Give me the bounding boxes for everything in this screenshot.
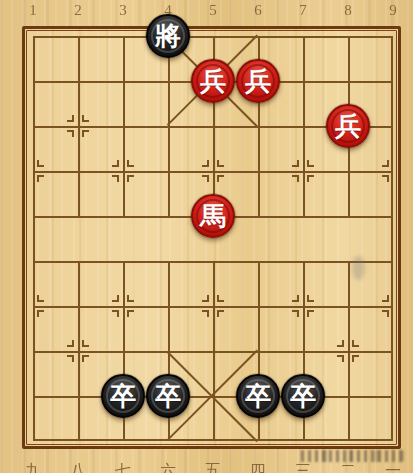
board-cell[interactable] — [33, 396, 78, 441]
piece-glyph: 兵 — [245, 68, 271, 94]
top-file-label: 1 — [29, 2, 37, 18]
board-cell[interactable] — [123, 126, 168, 171]
top-file-label: 6 — [254, 2, 262, 18]
bottom-file-label: 三 — [295, 463, 311, 473]
board-cell[interactable] — [168, 126, 213, 171]
board-cell[interactable] — [78, 36, 123, 81]
board-cell[interactable] — [78, 261, 123, 306]
piece-glyph: 將 — [155, 23, 181, 49]
piece-glyph: 兵 — [335, 113, 361, 139]
bottom-file-label: 八 — [70, 463, 86, 473]
bottom-file-label: 二 — [340, 463, 356, 473]
board-cell[interactable] — [213, 261, 258, 306]
piece-glyph: 兵 — [200, 68, 226, 94]
board-cell[interactable] — [123, 171, 168, 216]
board-cell[interactable] — [258, 126, 303, 171]
piece-glyph: 卒 — [245, 383, 271, 409]
board-cell[interactable] — [33, 81, 78, 126]
board-cell[interactable] — [123, 261, 168, 306]
board-cell[interactable] — [258, 261, 303, 306]
board-cell[interactable] — [303, 171, 348, 216]
board-cell[interactable] — [33, 36, 78, 81]
board-cell[interactable] — [123, 216, 168, 261]
top-file-label: 7 — [299, 2, 307, 18]
bottom-file-label: 九 — [25, 463, 41, 473]
board-cell[interactable] — [303, 216, 348, 261]
top-file-label: 9 — [389, 2, 397, 18]
board-cell[interactable] — [258, 171, 303, 216]
board-cell[interactable] — [78, 216, 123, 261]
board-cell[interactable] — [33, 216, 78, 261]
board-cell[interactable] — [33, 261, 78, 306]
board-cell[interactable] — [33, 171, 78, 216]
board-cell[interactable] — [78, 306, 123, 351]
board-cell[interactable] — [258, 306, 303, 351]
board-cell[interactable] — [303, 306, 348, 351]
top-file-label: 5 — [209, 2, 217, 18]
piece-red-soldier-2[interactable]: 兵 — [236, 59, 280, 103]
board-cell[interactable] — [33, 306, 78, 351]
board-cell[interactable] — [33, 126, 78, 171]
bottom-file-label: 四 — [250, 463, 266, 473]
piece-black-soldier-1[interactable]: 卒 — [101, 374, 145, 418]
piece-glyph: 卒 — [110, 383, 136, 409]
board-cell[interactable] — [123, 306, 168, 351]
board-cell[interactable] — [348, 216, 393, 261]
watermark — [301, 450, 404, 462]
board-cell[interactable] — [303, 261, 348, 306]
board-cell[interactable] — [213, 306, 258, 351]
piece-glyph: 卒 — [155, 383, 181, 409]
piece-red-soldier-3[interactable]: 兵 — [326, 104, 370, 148]
board-cell[interactable] — [348, 396, 393, 441]
bottom-file-label: 一 — [385, 463, 401, 473]
top-file-label: 3 — [119, 2, 127, 18]
top-file-label: 8 — [344, 2, 352, 18]
piece-red-horse[interactable]: 馬 — [191, 194, 235, 238]
xiangqi-app: 123456789 九八七六五四三二一 將兵兵兵馬卒卒卒卒 — [0, 0, 413, 473]
board-cell[interactable] — [348, 351, 393, 396]
piece-red-soldier-1[interactable]: 兵 — [191, 59, 235, 103]
board-cell[interactable] — [303, 36, 348, 81]
board-cell[interactable] — [348, 36, 393, 81]
board-cell[interactable] — [78, 126, 123, 171]
board-cell[interactable] — [348, 306, 393, 351]
piece-black-general[interactable]: 將 — [146, 14, 190, 58]
board-cell[interactable] — [78, 171, 123, 216]
board-cell[interactable] — [258, 216, 303, 261]
piece-black-soldier-3[interactable]: 卒 — [236, 374, 280, 418]
board-cell[interactable] — [213, 126, 258, 171]
bottom-file-label: 五 — [205, 463, 221, 473]
cursor-smudge — [352, 256, 365, 280]
bottom-file-label: 七 — [115, 463, 131, 473]
piece-glyph: 卒 — [290, 383, 316, 409]
board-cell[interactable] — [348, 171, 393, 216]
piece-black-soldier-4[interactable]: 卒 — [281, 374, 325, 418]
piece-black-soldier-2[interactable]: 卒 — [146, 374, 190, 418]
bottom-file-label: 六 — [160, 463, 176, 473]
board-cell[interactable] — [168, 306, 213, 351]
piece-glyph: 馬 — [200, 203, 226, 229]
board-cell[interactable] — [123, 81, 168, 126]
board-cell[interactable] — [33, 351, 78, 396]
board-cell[interactable] — [78, 81, 123, 126]
board-cell[interactable] — [168, 261, 213, 306]
top-file-label: 2 — [74, 2, 82, 18]
